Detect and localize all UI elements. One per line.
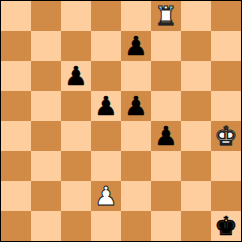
square-f5[interactable]	[151, 91, 181, 121]
square-a3[interactable]	[1, 151, 31, 181]
square-b4[interactable]	[31, 121, 61, 151]
square-f4[interactable]: ♟	[151, 121, 181, 151]
square-a6[interactable]	[1, 61, 31, 91]
square-e4[interactable]	[121, 121, 151, 151]
square-c7[interactable]	[61, 31, 91, 61]
square-h1[interactable]: ♚	[211, 211, 241, 241]
black-king-h1[interactable]: ♚	[214, 211, 237, 241]
square-b7[interactable]	[31, 31, 61, 61]
square-a7[interactable]	[1, 31, 31, 61]
square-b2[interactable]	[31, 181, 61, 211]
square-c2[interactable]	[61, 181, 91, 211]
square-g5[interactable]	[181, 91, 211, 121]
square-g3[interactable]	[181, 151, 211, 181]
white-rook-f8[interactable]: ♜	[154, 1, 177, 31]
square-c5[interactable]	[61, 91, 91, 121]
square-f2[interactable]	[151, 181, 181, 211]
square-d2[interactable]: ♟	[91, 181, 121, 211]
square-c8[interactable]	[61, 1, 91, 31]
black-pawn-c6[interactable]: ♟	[64, 61, 87, 91]
square-c3[interactable]	[61, 151, 91, 181]
square-a1[interactable]	[1, 211, 31, 241]
square-d5[interactable]: ♟	[91, 91, 121, 121]
square-a5[interactable]	[1, 91, 31, 121]
square-b8[interactable]	[31, 1, 61, 31]
square-g6[interactable]	[181, 61, 211, 91]
chess-board: ♜♟♟♟♟♟♚♟♚	[1, 1, 241, 241]
square-e2[interactable]	[121, 181, 151, 211]
square-e8[interactable]	[121, 1, 151, 31]
square-g8[interactable]	[181, 1, 211, 31]
square-e6[interactable]	[121, 61, 151, 91]
square-h2[interactable]	[211, 181, 241, 211]
square-f8[interactable]: ♜	[151, 1, 181, 31]
square-h7[interactable]	[211, 31, 241, 61]
square-c6[interactable]: ♟	[61, 61, 91, 91]
white-king-h4[interactable]: ♚	[214, 121, 237, 151]
square-h4[interactable]: ♚	[211, 121, 241, 151]
black-pawn-e5[interactable]: ♟	[124, 91, 147, 121]
square-d4[interactable]	[91, 121, 121, 151]
square-h6[interactable]	[211, 61, 241, 91]
square-c4[interactable]	[61, 121, 91, 151]
chess-board-frame: ♜♟♟♟♟♟♚♟♚	[0, 0, 242, 242]
square-a8[interactable]	[1, 1, 31, 31]
square-b5[interactable]	[31, 91, 61, 121]
square-h8[interactable]	[211, 1, 241, 31]
square-d7[interactable]	[91, 31, 121, 61]
square-f6[interactable]	[151, 61, 181, 91]
white-pawn-d2[interactable]: ♟	[94, 181, 117, 211]
square-f3[interactable]	[151, 151, 181, 181]
square-g7[interactable]	[181, 31, 211, 61]
square-b3[interactable]	[31, 151, 61, 181]
black-pawn-e7[interactable]: ♟	[124, 31, 147, 61]
square-e1[interactable]	[121, 211, 151, 241]
square-d1[interactable]	[91, 211, 121, 241]
square-g4[interactable]	[181, 121, 211, 151]
square-d8[interactable]	[91, 1, 121, 31]
square-e5[interactable]: ♟	[121, 91, 151, 121]
square-b1[interactable]	[31, 211, 61, 241]
square-f7[interactable]	[151, 31, 181, 61]
square-b6[interactable]	[31, 61, 61, 91]
square-h5[interactable]	[211, 91, 241, 121]
square-g1[interactable]	[181, 211, 211, 241]
square-a4[interactable]	[1, 121, 31, 151]
square-e7[interactable]: ♟	[121, 31, 151, 61]
square-d6[interactable]	[91, 61, 121, 91]
square-g2[interactable]	[181, 181, 211, 211]
square-h3[interactable]	[211, 151, 241, 181]
square-f1[interactable]	[151, 211, 181, 241]
square-a2[interactable]	[1, 181, 31, 211]
square-d3[interactable]	[91, 151, 121, 181]
square-c1[interactable]	[61, 211, 91, 241]
square-e3[interactable]	[121, 151, 151, 181]
black-pawn-f4[interactable]: ♟	[154, 121, 177, 151]
black-pawn-d5[interactable]: ♟	[94, 91, 117, 121]
